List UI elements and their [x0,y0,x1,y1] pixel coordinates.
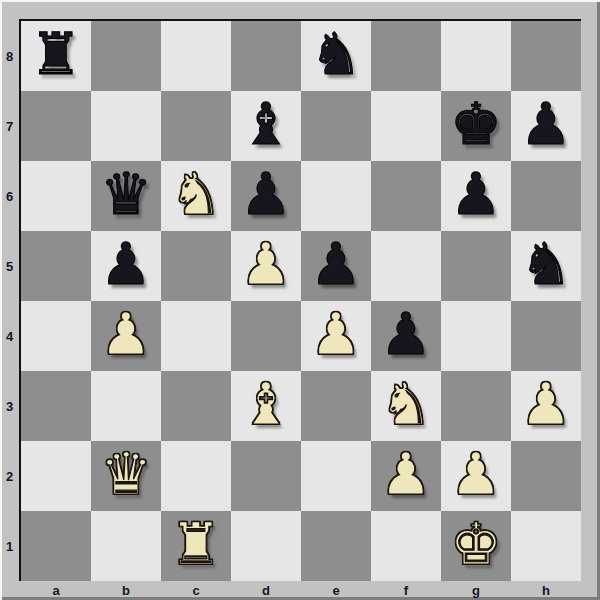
square-g3[interactable] [441,371,511,441]
square-e8[interactable]: ♞ [301,21,371,91]
rank-label-4: 4 [0,301,19,371]
square-d4[interactable] [231,301,301,371]
square-c2[interactable] [161,441,231,511]
piece-black-knight[interactable]: ♞ [310,25,362,83]
square-f3[interactable]: ♞ [371,371,441,441]
square-b4[interactable]: ♟ [91,301,161,371]
rank-label-3: 3 [0,371,19,441]
file-label-g: g [441,581,511,600]
file-label-e: e [301,581,371,600]
square-f7[interactable] [371,91,441,161]
square-e6[interactable] [301,161,371,231]
square-a6[interactable] [21,161,91,231]
square-b2[interactable]: ♛ [91,441,161,511]
square-d8[interactable] [231,21,301,91]
square-a5[interactable] [21,231,91,301]
square-a7[interactable] [21,91,91,161]
square-d5[interactable]: ♟ [231,231,301,301]
file-label-a: a [21,581,91,600]
piece-black-pawn[interactable]: ♟ [380,305,432,363]
square-a2[interactable] [21,441,91,511]
square-d1[interactable] [231,511,301,581]
square-h6[interactable] [511,161,581,231]
piece-white-queen[interactable]: ♛ [100,445,152,503]
square-c3[interactable] [161,371,231,441]
square-g8[interactable] [441,21,511,91]
rank-label-5: 5 [0,231,19,301]
file-label-d: d [231,581,301,600]
file-label-f: f [371,581,441,600]
square-e5[interactable]: ♟ [301,231,371,301]
piece-white-king[interactable]: ♚ [450,515,502,573]
piece-white-knight[interactable]: ♞ [170,165,222,223]
square-f4[interactable]: ♟ [371,301,441,371]
board-frame: ♜♞♝♚♟♛♞♟♟♟♟♟♞♟♟♟♝♞♟♛♟♟♜♚ 87654321abcdefg… [0,0,600,600]
piece-white-pawn[interactable]: ♟ [380,445,432,503]
square-h8[interactable] [511,21,581,91]
rank-label-6: 6 [0,161,19,231]
square-f8[interactable] [371,21,441,91]
square-a4[interactable] [21,301,91,371]
square-c6[interactable]: ♞ [161,161,231,231]
square-h5[interactable]: ♞ [511,231,581,301]
piece-white-pawn[interactable]: ♟ [310,305,362,363]
square-d7[interactable]: ♝ [231,91,301,161]
square-f5[interactable] [371,231,441,301]
square-c8[interactable] [161,21,231,91]
square-d3[interactable]: ♝ [231,371,301,441]
square-h1[interactable] [511,511,581,581]
file-label-c: c [161,581,231,600]
square-e3[interactable] [301,371,371,441]
piece-black-king[interactable]: ♚ [450,95,502,153]
square-b8[interactable] [91,21,161,91]
square-a3[interactable] [21,371,91,441]
rank-label-1: 1 [0,511,19,581]
piece-black-queen[interactable]: ♛ [100,165,152,223]
square-b1[interactable] [91,511,161,581]
piece-white-pawn[interactable]: ♟ [450,445,502,503]
piece-black-pawn[interactable]: ♟ [450,165,502,223]
piece-black-bishop[interactable]: ♝ [240,95,292,153]
square-g6[interactable]: ♟ [441,161,511,231]
square-b7[interactable] [91,91,161,161]
square-a8[interactable]: ♜ [21,21,91,91]
piece-white-pawn[interactable]: ♟ [240,235,292,293]
square-d6[interactable]: ♟ [231,161,301,231]
piece-white-bishop[interactable]: ♝ [240,375,292,433]
rank-label-8: 8 [0,21,19,91]
square-h3[interactable]: ♟ [511,371,581,441]
square-d2[interactable] [231,441,301,511]
piece-white-pawn[interactable]: ♟ [100,305,152,363]
piece-black-pawn[interactable]: ♟ [310,235,362,293]
square-e1[interactable] [301,511,371,581]
file-label-h: h [511,581,581,600]
rank-label-2: 2 [0,441,19,511]
square-c7[interactable] [161,91,231,161]
square-h4[interactable] [511,301,581,371]
file-label-b: b [91,581,161,600]
square-b6[interactable]: ♛ [91,161,161,231]
square-g5[interactable] [441,231,511,301]
square-b5[interactable]: ♟ [91,231,161,301]
square-f6[interactable] [371,161,441,231]
square-g1[interactable]: ♚ [441,511,511,581]
square-h7[interactable]: ♟ [511,91,581,161]
square-a1[interactable] [21,511,91,581]
piece-black-pawn[interactable]: ♟ [240,165,292,223]
square-b3[interactable] [91,371,161,441]
square-c4[interactable] [161,301,231,371]
chess-board: ♜♞♝♚♟♛♞♟♟♟♟♟♞♟♟♟♝♞♟♛♟♟♜♚ [19,19,581,581]
square-f1[interactable] [371,511,441,581]
square-f2[interactable]: ♟ [371,441,441,511]
piece-white-rook[interactable]: ♜ [170,515,222,573]
square-e7[interactable] [301,91,371,161]
square-c1[interactable]: ♜ [161,511,231,581]
square-e2[interactable] [301,441,371,511]
square-g4[interactable] [441,301,511,371]
square-g2[interactable]: ♟ [441,441,511,511]
square-c5[interactable] [161,231,231,301]
square-h2[interactable] [511,441,581,511]
piece-black-knight[interactable]: ♞ [520,235,572,293]
square-e4[interactable]: ♟ [301,301,371,371]
piece-white-knight[interactable]: ♞ [380,375,432,433]
square-g7[interactable]: ♚ [441,91,511,161]
piece-black-rook[interactable]: ♜ [30,25,82,83]
piece-black-pawn[interactable]: ♟ [520,95,572,153]
piece-black-pawn[interactable]: ♟ [100,235,152,293]
piece-white-pawn[interactable]: ♟ [520,375,572,433]
rank-label-7: 7 [0,91,19,161]
